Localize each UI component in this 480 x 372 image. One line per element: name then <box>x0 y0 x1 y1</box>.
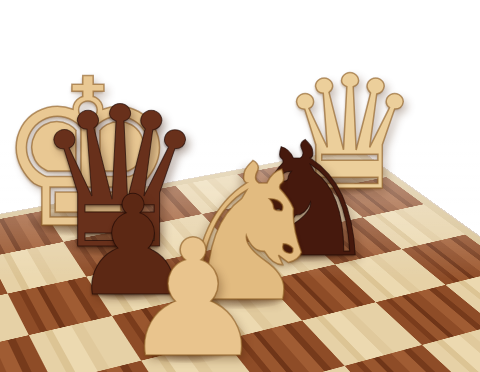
white-pawn: ♟ <box>120 218 265 372</box>
photo-scene: ♛♚♛♞♟♞♟ <box>0 0 480 372</box>
pieces-layer: ♛♚♛♞♟♞♟ <box>0 0 480 372</box>
